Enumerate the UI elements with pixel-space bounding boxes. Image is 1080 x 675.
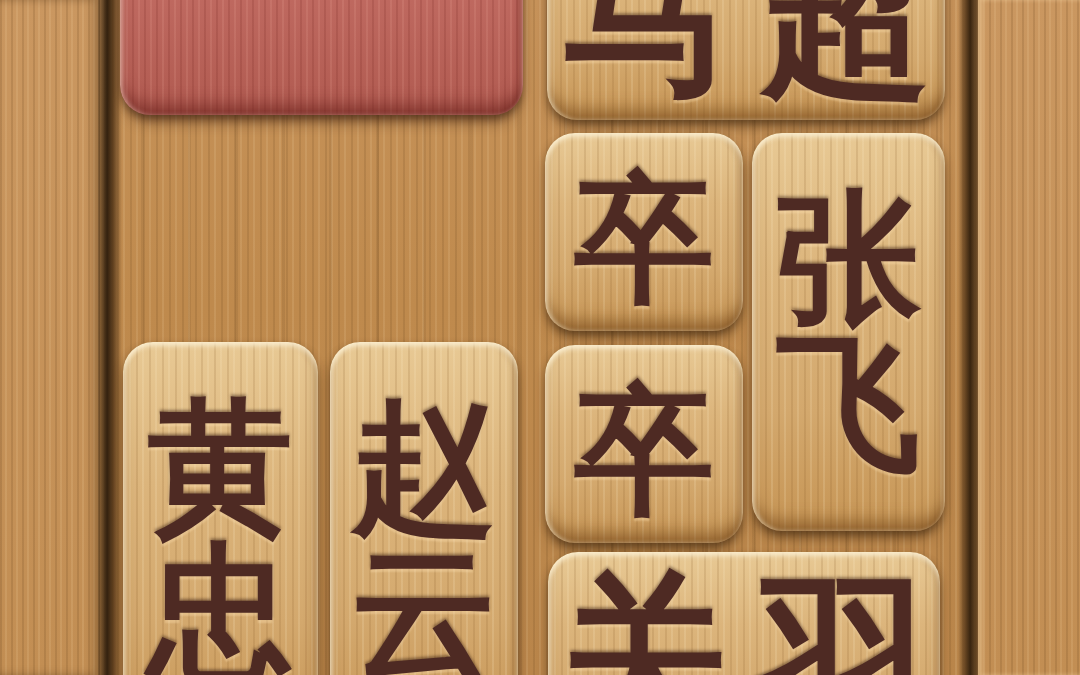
- block-zhangfei-char-1: 张: [776, 186, 921, 331]
- block-guanyu-char-2: 羽: [759, 570, 929, 675]
- klotski-board: 马 超 卒 张 飞 卒 黄 忠 赵 云 关 羽: [0, 0, 1080, 675]
- block-caocao-red-escape[interactable]: [120, 0, 523, 115]
- block-soldier-2[interactable]: 卒: [545, 345, 743, 543]
- block-huangzhong[interactable]: 黄 忠: [123, 342, 318, 675]
- block-zhangfei-char-2: 飞: [776, 331, 921, 476]
- block-machao-char-1: 马: [561, 0, 731, 103]
- block-zhaoyun-char-2: 云: [352, 540, 497, 675]
- block-huangzhong-char-2: 忠: [148, 540, 293, 675]
- board-groove-left: [98, 0, 122, 675]
- board-frame-left: [0, 0, 100, 675]
- block-soldier-1[interactable]: 卒: [545, 133, 743, 331]
- block-guanyu-char-1: 关: [559, 570, 729, 675]
- block-zhangfei[interactable]: 张 飞: [752, 133, 945, 531]
- block-machao[interactable]: 马 超: [547, 0, 945, 120]
- block-machao-char-2: 超: [761, 0, 931, 103]
- block-huangzhong-char-1: 黄: [148, 395, 293, 540]
- block-zhaoyun[interactable]: 赵 云: [330, 342, 518, 675]
- board-groove-right: [958, 0, 980, 675]
- block-guanyu[interactable]: 关 羽: [548, 552, 940, 675]
- block-zhaoyun-char-1: 赵: [352, 395, 497, 540]
- board-frame-right: [978, 0, 1080, 675]
- block-soldier-1-char: 卒: [574, 169, 714, 309]
- block-soldier-2-char: 卒: [574, 381, 714, 521]
